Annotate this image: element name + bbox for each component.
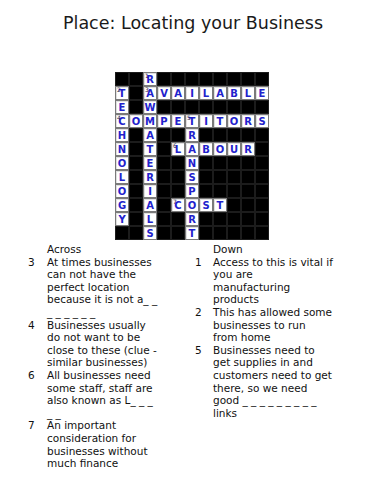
black-cell xyxy=(115,72,129,86)
cell-letter: L xyxy=(203,88,209,99)
cell-letter: A xyxy=(174,88,182,99)
black-cell xyxy=(241,100,255,114)
cell-letter: R xyxy=(146,172,154,183)
cell-r6c9[interactable]: U xyxy=(227,142,241,156)
down-clue: 5Businesses need to get supplies in and … xyxy=(195,344,337,420)
cell-r2c4[interactable]: V xyxy=(157,86,171,100)
across-clues: Across 3At times businesses can not have… xyxy=(28,243,168,470)
clue-list-number: 7 xyxy=(28,419,47,432)
cell-r10c6[interactable]: O xyxy=(185,198,199,212)
down-header: Down xyxy=(213,243,337,256)
cell-r12c6[interactable]: T xyxy=(185,226,199,240)
cell-r4c11[interactable]: S xyxy=(255,114,269,128)
black-cell xyxy=(227,100,241,114)
cell-letter: A xyxy=(216,88,224,99)
black-cell xyxy=(171,128,185,142)
cell-letter: U xyxy=(230,144,238,155)
black-cell xyxy=(157,142,171,156)
cell-r4c5[interactable]: E xyxy=(171,114,185,128)
cell-letter: N xyxy=(188,158,196,169)
cell-letter: B xyxy=(202,144,210,155)
page-title: Place: Locating your Business xyxy=(0,13,386,33)
cell-letter: B xyxy=(230,88,238,99)
cell-r7c3[interactable]: E xyxy=(143,156,157,170)
black-cell xyxy=(227,198,241,212)
cell-r9c6[interactable]: P xyxy=(185,184,199,198)
cell-letter: W xyxy=(144,102,155,113)
cell-letter: O xyxy=(118,186,127,197)
black-cell xyxy=(129,142,143,156)
clue-text: Access to this is vital if you are manuf… xyxy=(213,256,333,306)
cell-r4c3[interactable]: M xyxy=(143,114,157,128)
clue-list-number: 1 xyxy=(195,256,213,269)
cell-r5c1[interactable]: H xyxy=(115,128,129,142)
cell-r2c10[interactable]: L xyxy=(241,86,255,100)
cell-r10c5[interactable]: 7C xyxy=(171,198,185,212)
cell-r4c7[interactable]: I xyxy=(199,114,213,128)
black-cell xyxy=(157,156,171,170)
black-cell xyxy=(157,198,171,212)
cell-letter: S xyxy=(258,116,265,127)
cell-letter: Y xyxy=(118,214,125,225)
black-cell xyxy=(129,212,143,226)
cell-letter: V xyxy=(160,88,168,99)
black-cell xyxy=(171,72,185,86)
black-cell xyxy=(199,226,213,240)
clue-number: 1 xyxy=(145,73,149,78)
black-cell xyxy=(241,128,255,142)
black-cell xyxy=(171,226,185,240)
black-cell xyxy=(171,212,185,226)
black-cell xyxy=(199,170,213,184)
black-cell xyxy=(199,184,213,198)
black-cell xyxy=(213,212,227,226)
black-cell xyxy=(171,100,185,114)
cell-r2c7[interactable]: L xyxy=(199,86,213,100)
down-clues: Down 1Access to this is vital if you are… xyxy=(195,243,337,419)
cell-r4c8[interactable]: T xyxy=(213,114,227,128)
black-cell xyxy=(213,170,227,184)
cell-r8c6[interactable]: S xyxy=(185,170,199,184)
cell-r4c9[interactable]: O xyxy=(227,114,241,128)
cell-r5c3[interactable]: A xyxy=(143,128,157,142)
black-cell xyxy=(227,184,241,198)
black-cell xyxy=(255,142,269,156)
black-cell xyxy=(213,226,227,240)
cell-letter: R xyxy=(244,144,252,155)
black-cell xyxy=(199,212,213,226)
black-cell xyxy=(157,184,171,198)
cell-letter: O xyxy=(132,116,141,127)
cell-r4c4[interactable]: P xyxy=(157,114,171,128)
cell-letter: H xyxy=(118,130,126,141)
black-cell xyxy=(241,72,255,86)
black-cell xyxy=(115,226,129,240)
cell-r9c3[interactable]: I xyxy=(143,184,157,198)
black-cell xyxy=(129,100,143,114)
cell-letter: P xyxy=(160,116,167,127)
cell-letter: E xyxy=(175,116,182,127)
clue-number: 2 xyxy=(117,87,121,92)
black-cell xyxy=(129,226,143,240)
clue-number: 6 xyxy=(173,143,177,148)
black-cell xyxy=(157,226,171,240)
black-cell xyxy=(255,156,269,170)
cell-letter: T xyxy=(147,144,154,155)
black-cell xyxy=(129,128,143,142)
cell-letter: A xyxy=(146,200,154,211)
clue-text: Businesses need to get supplies in and c… xyxy=(213,344,333,420)
cell-letter: S xyxy=(188,172,195,183)
black-cell xyxy=(199,128,213,142)
clue-number: 7 xyxy=(173,199,177,204)
cell-letter: E xyxy=(119,102,126,113)
clue-list-number: 4 xyxy=(28,319,47,332)
cell-letter: I xyxy=(204,116,208,127)
cell-letter: A xyxy=(188,144,196,155)
black-cell xyxy=(213,184,227,198)
cell-r6c5[interactable]: 6L xyxy=(171,142,185,156)
cell-r12c3[interactable]: S xyxy=(143,226,157,240)
clue-text: Businesses usually do not want to be clo… xyxy=(47,319,161,369)
black-cell xyxy=(185,72,199,86)
cell-r7c6[interactable]: N xyxy=(185,156,199,170)
black-cell xyxy=(129,156,143,170)
black-cell xyxy=(157,170,171,184)
clue-number: 4 xyxy=(117,115,121,120)
black-cell xyxy=(199,72,213,86)
cell-letter: A xyxy=(146,130,154,141)
cell-letter: O xyxy=(216,144,225,155)
cell-letter: L xyxy=(245,88,251,99)
clue-text: This has allowed some businesses to run … xyxy=(213,306,333,344)
black-cell xyxy=(227,128,241,142)
across-clue: 7An important consideration for business… xyxy=(28,419,168,469)
worksheet-page: Place: Locating your Business 1R2T3AVAIL… xyxy=(0,0,386,500)
cell-r10c1[interactable]: G xyxy=(115,198,129,212)
cell-r8c1[interactable]: L xyxy=(115,170,129,184)
cell-letter: S xyxy=(202,200,209,211)
down-clue: 2This has allowed some businesses to run… xyxy=(195,306,337,344)
clue-list-number: 3 xyxy=(28,256,47,269)
clue-list-number: 6 xyxy=(28,369,47,382)
cell-letter: P xyxy=(188,186,195,197)
across-clue: 4Businesses usually do not want to be cl… xyxy=(28,319,168,369)
black-cell xyxy=(213,156,227,170)
black-cell xyxy=(255,170,269,184)
black-cell xyxy=(241,198,255,212)
black-cell xyxy=(255,198,269,212)
cell-letter: E xyxy=(147,158,154,169)
black-cell xyxy=(241,184,255,198)
cell-r10c8[interactable]: T xyxy=(213,198,227,212)
cell-r2c1[interactable]: 2T xyxy=(115,86,129,100)
black-cell xyxy=(171,184,185,198)
clue-text: At times businesses can not have the per… xyxy=(47,256,161,319)
black-cell xyxy=(255,226,269,240)
black-cell xyxy=(255,184,269,198)
cell-r11c3[interactable]: L xyxy=(143,212,157,226)
black-cell xyxy=(227,72,241,86)
black-cell xyxy=(227,156,241,170)
cell-letter: M xyxy=(145,116,155,127)
cell-r11c1[interactable]: Y xyxy=(115,212,129,226)
cell-letter: I xyxy=(148,186,152,197)
cell-r6c6[interactable]: A xyxy=(185,142,199,156)
across-clue-list: 3At times businesses can not have the pe… xyxy=(28,256,168,470)
cell-r3c1[interactable]: E xyxy=(115,100,129,114)
black-cell xyxy=(157,128,171,142)
black-cell xyxy=(241,170,255,184)
cell-letter: R xyxy=(188,130,196,141)
down-clue-list: 1Access to this is vital if you are manu… xyxy=(195,256,337,420)
cell-letter: T xyxy=(217,116,224,127)
cell-r2c5[interactable]: A xyxy=(171,86,185,100)
clue-list-number: 2 xyxy=(195,306,213,319)
cell-r11c6[interactable]: R xyxy=(185,212,199,226)
cell-r5c6[interactable]: R xyxy=(185,128,199,142)
clue-number: 5 xyxy=(187,115,191,120)
cell-r6c3[interactable]: T xyxy=(143,142,157,156)
clue-number: 3 xyxy=(145,87,149,92)
cell-r6c1[interactable]: N xyxy=(115,142,129,156)
black-cell xyxy=(199,156,213,170)
black-cell xyxy=(199,100,213,114)
black-cell xyxy=(129,198,143,212)
black-cell xyxy=(157,72,171,86)
black-cell xyxy=(241,156,255,170)
cell-r2c8[interactable]: A xyxy=(213,86,227,100)
cell-letter: O xyxy=(188,200,197,211)
cell-r4c10[interactable]: R xyxy=(241,114,255,128)
cell-letter: N xyxy=(118,144,126,155)
black-cell xyxy=(129,86,143,100)
black-cell xyxy=(213,100,227,114)
cell-letter: L xyxy=(147,214,153,225)
cell-letter: R xyxy=(188,214,196,225)
black-cell xyxy=(241,212,255,226)
black-cell xyxy=(129,184,143,198)
cell-letter: G xyxy=(118,200,126,211)
cell-letter: T xyxy=(189,228,196,239)
black-cell xyxy=(157,212,171,226)
cell-r6c7[interactable]: B xyxy=(199,142,213,156)
cell-letter: I xyxy=(190,88,194,99)
black-cell xyxy=(129,170,143,184)
black-cell xyxy=(255,72,269,86)
cell-letter: O xyxy=(118,158,127,169)
black-cell xyxy=(227,212,241,226)
cell-r6c10[interactable]: R xyxy=(241,142,255,156)
cell-r6c8[interactable]: O xyxy=(213,142,227,156)
black-cell xyxy=(213,128,227,142)
across-clue: 6All businesses need some staff, staff a… xyxy=(28,369,168,419)
black-cell xyxy=(255,100,269,114)
cell-r3c3[interactable]: W xyxy=(143,100,157,114)
crossword-grid: 1R2T3AVAILABLEEW4COMPE5TITORSHARNT6LABOU… xyxy=(115,72,269,240)
cell-r7c1[interactable]: O xyxy=(115,156,129,170)
cell-letter: L xyxy=(119,172,125,183)
black-cell xyxy=(255,128,269,142)
cell-r2c11[interactable]: E xyxy=(255,86,269,100)
across-clue: 3At times businesses can not have the pe… xyxy=(28,256,168,319)
black-cell xyxy=(171,170,185,184)
cell-r1c3[interactable]: 1R xyxy=(143,72,157,86)
black-cell xyxy=(213,72,227,86)
black-cell xyxy=(171,156,185,170)
cell-letter: O xyxy=(230,116,239,127)
cell-r2c9[interactable]: B xyxy=(227,86,241,100)
black-cell xyxy=(241,226,255,240)
across-header: Across xyxy=(47,243,168,256)
cell-r2c6[interactable]: I xyxy=(185,86,199,100)
cell-letter: R xyxy=(244,116,252,127)
clue-text: All businesses need some staff, staff ar… xyxy=(47,369,161,419)
black-cell xyxy=(227,226,241,240)
cell-r4c1[interactable]: 4C xyxy=(115,114,129,128)
cell-letter: T xyxy=(217,200,224,211)
black-cell xyxy=(129,72,143,86)
cell-r8c3[interactable]: R xyxy=(143,170,157,184)
black-cell xyxy=(185,100,199,114)
cell-r4c2[interactable]: O xyxy=(129,114,143,128)
cell-r10c3[interactable]: A xyxy=(143,198,157,212)
clue-list-number: 5 xyxy=(195,344,213,357)
cell-r9c1[interactable]: O xyxy=(115,184,129,198)
cell-r2c3[interactable]: 3A xyxy=(143,86,157,100)
down-clue: 1Access to this is vital if you are manu… xyxy=(195,256,337,306)
black-cell xyxy=(255,212,269,226)
cell-r4c6[interactable]: 5T xyxy=(185,114,199,128)
clue-text: An important consideration for businesse… xyxy=(47,419,161,469)
cell-letter: E xyxy=(259,88,266,99)
cell-letter: S xyxy=(146,228,153,239)
black-cell xyxy=(157,100,171,114)
black-cell xyxy=(227,170,241,184)
cell-r10c7[interactable]: S xyxy=(199,198,213,212)
